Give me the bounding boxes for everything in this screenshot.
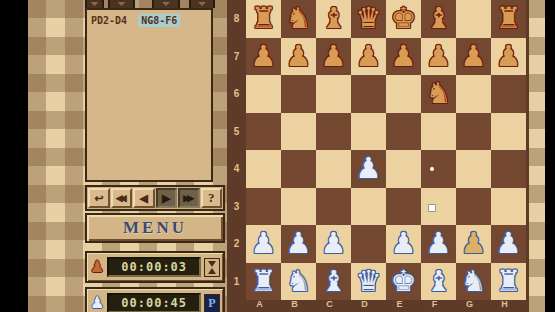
square-g6[interactable] — [456, 75, 491, 113]
square-d4[interactable]: ♟ — [351, 150, 386, 188]
square-b5[interactable] — [281, 113, 316, 151]
white-pawn[interactable]: ♟ — [461, 229, 487, 258]
square-h5[interactable] — [491, 113, 526, 151]
black-pawn[interactable]: ♟ — [286, 42, 312, 71]
plaid-background: PD2-D4NG8-F6 ↩◀◀◀▶▶▶? MENU ♟ 00:00:03 ♟ … — [28, 0, 545, 312]
square-c8[interactable]: ♝ — [316, 0, 351, 38]
chess-game-screen: PD2-D4NG8-F6 ↩◀◀◀▶▶▶? MENU ♟ 00:00:03 ♟ … — [0, 0, 555, 312]
play-forward-icon: ▶ — [162, 192, 170, 205]
white-move[interactable]: PD2-D4 — [88, 14, 130, 27]
help-button[interactable]: ? — [201, 188, 223, 208]
hourglass-bottom — [208, 268, 216, 274]
square-h8[interactable]: ♜ — [491, 0, 526, 38]
black-pawn[interactable]: ♟ — [356, 42, 382, 71]
square-b4[interactable] — [281, 150, 316, 188]
square-g1[interactable]: ♞ — [456, 263, 491, 301]
file-label-b: B — [277, 299, 312, 312]
square-f7[interactable]: ♟ — [421, 38, 456, 76]
white-pawn-icon: ♟ — [90, 295, 104, 311]
square-d5[interactable] — [351, 113, 386, 151]
black-rook[interactable]: ♜ — [251, 4, 277, 33]
hourglass-top — [208, 261, 216, 267]
square-b3[interactable] — [281, 188, 316, 226]
square-a3[interactable] — [246, 188, 281, 226]
white-pawn[interactable]: ♟ — [391, 229, 417, 258]
square-e5[interactable] — [386, 113, 421, 151]
square-a5[interactable] — [246, 113, 281, 151]
square-f6[interactable]: ♞ — [421, 75, 456, 113]
square-h3[interactable] — [491, 188, 526, 226]
white-clock-display: 00:00:45 — [107, 293, 201, 312]
square-a6[interactable] — [246, 75, 281, 113]
rank-label-1: 1 — [227, 263, 246, 301]
file-label-f: F — [417, 299, 452, 312]
square-c5[interactable] — [316, 113, 351, 151]
white-pawn[interactable]: ♟ — [286, 229, 312, 258]
square-a2[interactable]: ♟ — [246, 225, 281, 263]
file-label-c: C — [312, 299, 347, 312]
panel-tab-1[interactable] — [85, 0, 104, 8]
chevron-down-icon — [91, 2, 99, 6]
panel-tab-4[interactable] — [189, 0, 215, 8]
square-d3[interactable] — [351, 188, 386, 226]
square-e1[interactable]: ♚ — [386, 263, 421, 301]
rank-labels: 87654321 — [227, 0, 246, 300]
square-a1[interactable]: ♜ — [246, 263, 281, 301]
step-back-button[interactable]: ◀ — [133, 188, 155, 208]
square-b1[interactable]: ♞ — [281, 263, 316, 301]
cursor-dot — [430, 167, 434, 171]
white-knight[interactable]: ♞ — [286, 267, 312, 296]
square-e4[interactable] — [386, 150, 421, 188]
square-f2[interactable]: ♟ — [421, 225, 456, 263]
white-rook[interactable]: ♜ — [496, 267, 522, 296]
square-b7[interactable]: ♟ — [281, 38, 316, 76]
square-g4[interactable] — [456, 150, 491, 188]
black-king[interactable]: ♚ — [391, 4, 417, 33]
square-g5[interactable] — [456, 113, 491, 151]
fast-forward-button[interactable]: ▶▶ — [178, 188, 200, 208]
square-b8[interactable]: ♞ — [281, 0, 316, 38]
black-pawn[interactable]: ♟ — [426, 42, 452, 71]
player-badge: P — [204, 294, 220, 312]
square-g3[interactable] — [456, 188, 491, 226]
square-c1[interactable]: ♝ — [316, 263, 351, 301]
rank-label-4: 4 — [227, 150, 246, 188]
square-g8[interactable] — [456, 0, 491, 38]
square-f3[interactable] — [421, 188, 456, 226]
rank-label-2: 2 — [227, 225, 246, 263]
black-pawn[interactable]: ♟ — [251, 42, 277, 71]
file-label-g: G — [452, 299, 487, 312]
cursor-dot — [428, 204, 436, 212]
square-d1[interactable]: ♛ — [351, 263, 386, 301]
square-h2[interactable]: ♟ — [491, 225, 526, 263]
move-list-panel[interactable]: PD2-D4NG8-F6 — [85, 8, 213, 182]
file-label-d: D — [347, 299, 382, 312]
square-g7[interactable]: ♟ — [456, 38, 491, 76]
square-d6[interactable] — [351, 75, 386, 113]
white-pawn[interactable]: ♟ — [321, 229, 347, 258]
square-d2[interactable] — [351, 225, 386, 263]
help-icon: ? — [208, 190, 215, 206]
white-king[interactable]: ♚ — [391, 267, 417, 296]
square-f4[interactable] — [421, 150, 456, 188]
square-h7[interactable]: ♟ — [491, 38, 526, 76]
white-clock: ♟ 00:00:45 P — [85, 287, 225, 312]
panel-tab-2[interactable] — [108, 0, 135, 8]
rank-label-8: 8 — [227, 0, 246, 38]
menu-button-label: MENU — [123, 218, 187, 238]
chess-board: ♜♞♝♛♚♝♜♟♟♟♟♟♟♟♟♞♟♟♟♟♟♟♟♟♜♞♝♛♚♝♞♜ — [246, 0, 526, 300]
square-h1[interactable]: ♜ — [491, 263, 526, 301]
square-e2[interactable]: ♟ — [386, 225, 421, 263]
panel-tab-3[interactable] — [152, 0, 180, 8]
square-f5[interactable] — [421, 113, 456, 151]
black-pawn[interactable]: ♟ — [496, 42, 522, 71]
black-bishop[interactable]: ♝ — [321, 4, 347, 33]
hourglass-icon — [204, 258, 220, 277]
black-pawn-icon: ♟ — [90, 259, 104, 275]
play-forward-button[interactable]: ▶ — [156, 188, 178, 208]
playback-control-bar: ↩◀◀◀▶▶▶? — [85, 185, 225, 211]
white-pawn[interactable]: ♟ — [496, 229, 522, 258]
file-label-a: A — [242, 299, 277, 312]
square-e8[interactable]: ♚ — [386, 0, 421, 38]
rank-label-5: 5 — [227, 113, 246, 151]
white-pawn[interactable]: ♟ — [251, 229, 277, 258]
white-pawn[interactable]: ♟ — [426, 229, 452, 258]
chevron-down-icon — [162, 2, 170, 6]
square-c3[interactable] — [316, 188, 351, 226]
chevron-down-icon — [118, 2, 126, 6]
takeback-icon: ↩ — [94, 192, 103, 205]
square-b2[interactable]: ♟ — [281, 225, 316, 263]
rank-label-6: 6 — [227, 75, 246, 113]
square-f8[interactable]: ♝ — [421, 0, 456, 38]
black-pawn[interactable]: ♟ — [391, 42, 417, 71]
black-move[interactable]: NG8-F6 — [138, 14, 180, 27]
black-rook[interactable]: ♜ — [496, 4, 522, 33]
black-queen[interactable]: ♛ — [356, 4, 382, 33]
square-b6[interactable] — [281, 75, 316, 113]
square-h4[interactable] — [491, 150, 526, 188]
takeback-button[interactable]: ↩ — [88, 188, 110, 208]
white-knight[interactable]: ♞ — [461, 267, 487, 296]
square-d7[interactable]: ♟ — [351, 38, 386, 76]
black-pawn[interactable]: ♟ — [321, 42, 347, 71]
chevron-down-icon — [198, 2, 206, 6]
black-clock: ♟ 00:00:03 — [85, 251, 225, 283]
file-label-e: E — [382, 299, 417, 312]
square-c2[interactable]: ♟ — [316, 225, 351, 263]
rank-label-3: 3 — [227, 188, 246, 226]
white-rook[interactable]: ♜ — [251, 267, 277, 296]
square-g2[interactable]: ♟ — [456, 225, 491, 263]
menu-button[interactable]: MENU — [85, 213, 225, 243]
square-c4[interactable] — [316, 150, 351, 188]
black-bishop[interactable]: ♝ — [426, 4, 452, 33]
move-row[interactable]: PD2-D4NG8-F6 — [88, 12, 210, 29]
white-queen[interactable]: ♛ — [356, 267, 382, 296]
square-e7[interactable]: ♟ — [386, 38, 421, 76]
file-labels: ABCDEFGH — [242, 299, 522, 312]
square-a4[interactable] — [246, 150, 281, 188]
black-clock-display: 00:00:03 — [107, 257, 201, 277]
square-c7[interactable]: ♟ — [316, 38, 351, 76]
square-f1[interactable]: ♝ — [421, 263, 456, 301]
rewind-to-start-icon: ◀◀ — [116, 193, 124, 203]
rank-label-7: 7 — [227, 38, 246, 76]
step-back-icon: ◀ — [140, 192, 148, 205]
square-a8[interactable]: ♜ — [246, 0, 281, 38]
file-label-h: H — [487, 299, 522, 312]
black-knight[interactable]: ♞ — [426, 79, 452, 108]
white-bishop[interactable]: ♝ — [321, 267, 347, 296]
rewind-to-start-button[interactable]: ◀◀ — [111, 188, 133, 208]
white-pawn[interactable]: ♟ — [356, 154, 382, 183]
square-e3[interactable] — [386, 188, 421, 226]
square-d8[interactable]: ♛ — [351, 0, 386, 38]
black-knight[interactable]: ♞ — [286, 4, 312, 33]
square-e6[interactable] — [386, 75, 421, 113]
black-pawn[interactable]: ♟ — [461, 42, 487, 71]
fast-forward-icon: ▶▶ — [183, 193, 191, 203]
square-h6[interactable] — [491, 75, 526, 113]
square-c6[interactable] — [316, 75, 351, 113]
square-a7[interactable]: ♟ — [246, 38, 281, 76]
board-frame: 87654321 ♜♞♝♛♚♝♜♟♟♟♟♟♟♟♟♞♟♟♟♟♟♟♟♟♜♞♝♛♚♝♞… — [227, 0, 529, 312]
white-bishop[interactable]: ♝ — [426, 267, 452, 296]
